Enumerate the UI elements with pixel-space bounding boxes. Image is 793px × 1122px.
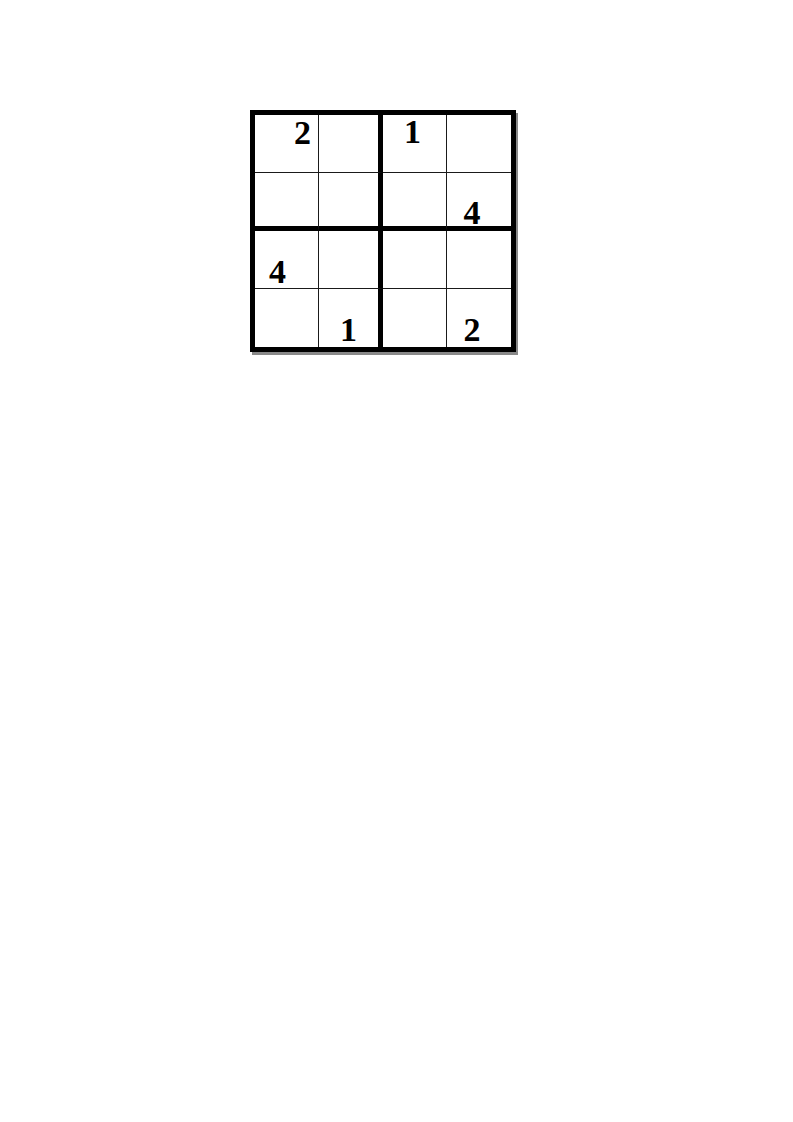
cell-r4c3[interactable] — [383, 289, 447, 347]
cell-r1c2[interactable] — [319, 115, 383, 173]
given-digit: 1 — [404, 115, 421, 149]
cell-r3c1[interactable]: 4 — [255, 231, 319, 289]
cell-r3c2[interactable] — [319, 231, 383, 289]
cell-r3c3[interactable] — [383, 231, 447, 289]
cell-r2c1[interactable] — [255, 173, 319, 231]
sudoku-board: 214412 — [250, 110, 516, 352]
worksheet-page: 214412 — [0, 0, 793, 1122]
cell-r2c3[interactable] — [383, 173, 447, 231]
cell-r1c3[interactable]: 1 — [383, 115, 447, 173]
given-digit: 2 — [464, 313, 481, 347]
cell-r1c4[interactable] — [447, 115, 511, 173]
cell-r3c4[interactable] — [447, 231, 511, 289]
cell-r4c2[interactable]: 1 — [319, 289, 383, 347]
given-digit: 4 — [464, 196, 481, 230]
cell-r2c2[interactable] — [319, 173, 383, 231]
given-digit: 2 — [294, 116, 311, 150]
cell-r4c4[interactable]: 2 — [447, 289, 511, 347]
given-digit: 1 — [340, 313, 357, 347]
cell-r1c1[interactable]: 2 — [255, 115, 319, 173]
cell-r4c1[interactable] — [255, 289, 319, 347]
cell-r2c4[interactable]: 4 — [447, 173, 511, 231]
given-digit: 4 — [269, 255, 286, 289]
